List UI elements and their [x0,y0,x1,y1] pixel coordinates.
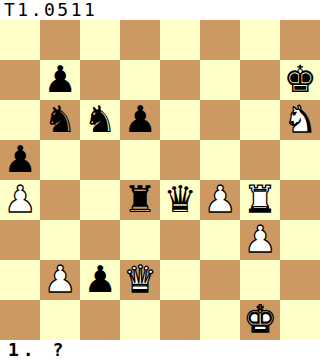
square-c4[interactable] [80,180,120,220]
square-e2[interactable] [160,260,200,300]
square-h2[interactable] [280,260,320,300]
square-h3[interactable] [280,220,320,260]
square-f3[interactable] [200,220,240,260]
square-c8[interactable] [80,20,120,60]
piece-white-knight[interactable]: ♞ [283,100,316,140]
square-h8[interactable] [280,20,320,60]
square-b4[interactable] [40,180,80,220]
square-d6[interactable]: ♟ [120,100,160,140]
puzzle-title: T1.0511 [0,0,320,20]
square-h5[interactable] [280,140,320,180]
piece-white-pawn[interactable]: ♟ [203,180,236,220]
piece-white-pawn[interactable]: ♟ [43,260,76,300]
square-b3[interactable] [40,220,80,260]
square-b6[interactable]: ♞ [40,100,80,140]
piece-black-queen[interactable]: ♛ [163,180,196,220]
square-d2[interactable]: ♛ [120,260,160,300]
square-e5[interactable] [160,140,200,180]
square-b2[interactable]: ♟ [40,260,80,300]
square-d3[interactable] [120,220,160,260]
square-c7[interactable] [80,60,120,100]
square-f8[interactable] [200,20,240,60]
square-d1[interactable] [120,300,160,340]
square-a5[interactable]: ♟ [0,140,40,180]
piece-white-pawn[interactable]: ♟ [3,180,36,220]
square-c2[interactable]: ♟ [80,260,120,300]
square-d4[interactable]: ♜ [120,180,160,220]
square-a4[interactable]: ♟ [0,180,40,220]
square-a6[interactable] [0,100,40,140]
square-b8[interactable] [40,20,80,60]
piece-white-king[interactable]: ♚ [243,300,276,340]
square-f2[interactable] [200,260,240,300]
square-c3[interactable] [80,220,120,260]
square-g1[interactable]: ♚ [240,300,280,340]
square-f4[interactable]: ♟ [200,180,240,220]
piece-white-pawn[interactable]: ♟ [243,220,276,260]
square-a1[interactable] [0,300,40,340]
square-f1[interactable] [200,300,240,340]
square-g8[interactable] [240,20,280,60]
square-a2[interactable] [0,260,40,300]
square-h7[interactable]: ♚ [280,60,320,100]
square-g3[interactable]: ♟ [240,220,280,260]
piece-black-knight[interactable]: ♞ [83,100,116,140]
square-g6[interactable] [240,100,280,140]
square-b5[interactable] [40,140,80,180]
square-b1[interactable] [40,300,80,340]
square-a8[interactable] [0,20,40,60]
square-d7[interactable] [120,60,160,100]
square-e3[interactable] [160,220,200,260]
square-g2[interactable] [240,260,280,300]
square-d5[interactable] [120,140,160,180]
piece-black-pawn[interactable]: ♟ [3,140,36,180]
piece-black-pawn[interactable]: ♟ [43,60,76,100]
piece-white-queen[interactable]: ♛ [123,260,156,300]
square-a3[interactable] [0,220,40,260]
square-h1[interactable] [280,300,320,340]
square-h6[interactable]: ♞ [280,100,320,140]
chess-puzzle-window: T1.0511 ♟♚♞♞♟♞♟♟♜♛♟♜♟♟♟♛♚ 1. ? [0,0,320,360]
piece-black-pawn[interactable]: ♟ [123,100,156,140]
square-b7[interactable]: ♟ [40,60,80,100]
square-g7[interactable] [240,60,280,100]
piece-black-rook[interactable]: ♜ [123,180,156,220]
square-d8[interactable] [120,20,160,60]
chess-board: ♟♚♞♞♟♞♟♟♜♛♟♜♟♟♟♛♚ [0,20,320,340]
square-f5[interactable] [200,140,240,180]
piece-white-rook[interactable]: ♜ [243,180,276,220]
square-e6[interactable] [160,100,200,140]
move-prompt: 1. ? [0,340,320,360]
square-e4[interactable]: ♛ [160,180,200,220]
square-f7[interactable] [200,60,240,100]
square-h4[interactable] [280,180,320,220]
square-e7[interactable] [160,60,200,100]
square-e1[interactable] [160,300,200,340]
piece-black-king[interactable]: ♚ [283,60,316,100]
square-c1[interactable] [80,300,120,340]
square-a7[interactable] [0,60,40,100]
square-g4[interactable]: ♜ [240,180,280,220]
square-c5[interactable] [80,140,120,180]
piece-black-knight[interactable]: ♞ [43,100,76,140]
piece-black-pawn[interactable]: ♟ [83,260,116,300]
square-c6[interactable]: ♞ [80,100,120,140]
square-g5[interactable] [240,140,280,180]
square-f6[interactable] [200,100,240,140]
square-e8[interactable] [160,20,200,60]
